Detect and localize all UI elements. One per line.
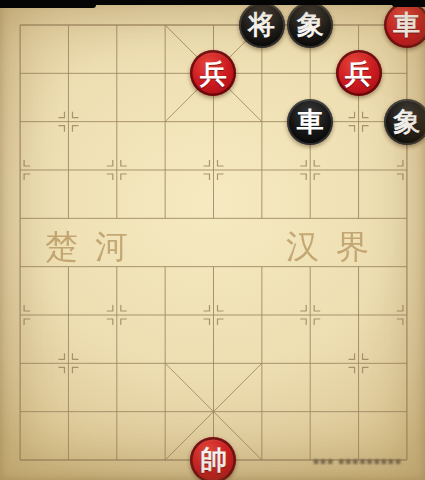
board-point[interactable] (93, 436, 141, 480)
board-point[interactable] (189, 291, 237, 339)
board-point[interactable] (0, 97, 44, 145)
board-point[interactable] (141, 436, 189, 480)
board-point[interactable] (44, 339, 92, 387)
board-point[interactable] (141, 242, 189, 290)
board-point[interactable] (383, 146, 425, 194)
board-point[interactable] (44, 1, 92, 49)
board-point[interactable] (238, 146, 286, 194)
board-point[interactable] (383, 339, 425, 387)
board-point[interactable] (334, 339, 382, 387)
board-point[interactable] (44, 291, 92, 339)
board-point[interactable] (0, 49, 44, 97)
board-point[interactable] (93, 387, 141, 435)
board-point[interactable] (93, 146, 141, 194)
piece-black-elephant-2[interactable]: 象 (384, 99, 425, 145)
board-point[interactable]: 兵 (334, 49, 382, 97)
board-point[interactable] (93, 291, 141, 339)
board-point[interactable] (44, 387, 92, 435)
board-point[interactable]: 兵 (189, 49, 237, 97)
board-point[interactable]: 車 (286, 97, 334, 145)
board-point[interactable] (238, 436, 286, 480)
board-point[interactable] (189, 339, 237, 387)
board-point[interactable] (141, 291, 189, 339)
piece-red-soldier-2[interactable]: 兵 (336, 50, 382, 96)
board-point[interactable] (334, 1, 382, 49)
board-point[interactable] (44, 146, 92, 194)
piece-black-general[interactable]: 将 (239, 2, 285, 48)
board-point[interactable] (189, 146, 237, 194)
board-point[interactable] (189, 97, 237, 145)
board-point[interactable] (383, 291, 425, 339)
board-point[interactable] (0, 146, 44, 194)
board-point[interactable] (334, 146, 382, 194)
board-point[interactable]: 将 (238, 1, 286, 49)
board-point[interactable] (238, 291, 286, 339)
board-point[interactable] (286, 387, 334, 435)
piece-red-chariot[interactable]: 車 (384, 2, 425, 48)
board-point[interactable] (44, 49, 92, 97)
board-point[interactable] (141, 339, 189, 387)
board-point[interactable] (383, 242, 425, 290)
letterbox-top-right (392, 0, 425, 7)
board-point[interactable] (189, 242, 237, 290)
board-point[interactable] (334, 97, 382, 145)
board-point[interactable] (44, 242, 92, 290)
board-point[interactable] (189, 1, 237, 49)
board-point[interactable] (0, 339, 44, 387)
board-point[interactable] (286, 291, 334, 339)
piece-black-elephant-1[interactable]: 象 (287, 2, 333, 48)
board-point[interactable] (286, 339, 334, 387)
board-point[interactable] (44, 436, 92, 480)
board-point[interactable] (383, 194, 425, 242)
board-point[interactable] (141, 49, 189, 97)
board-point[interactable] (286, 146, 334, 194)
board-point[interactable] (93, 49, 141, 97)
board-point[interactable] (0, 242, 44, 290)
piece-black-chariot[interactable]: 車 (287, 99, 333, 145)
board-point[interactable] (44, 194, 92, 242)
board-point[interactable] (286, 194, 334, 242)
board-point[interactable] (238, 97, 286, 145)
board-point[interactable] (0, 387, 44, 435)
board-point[interactable] (238, 194, 286, 242)
board-point[interactable] (238, 49, 286, 97)
board-point[interactable] (238, 387, 286, 435)
board-point[interactable]: 帥 (189, 436, 237, 480)
board-point[interactable]: 象 (286, 1, 334, 49)
board-point[interactable] (334, 194, 382, 242)
board-point[interactable] (0, 1, 44, 49)
piece-red-soldier-1[interactable]: 兵 (190, 50, 236, 96)
board-point[interactable] (44, 97, 92, 145)
board-point[interactable] (93, 194, 141, 242)
board-point[interactable] (383, 387, 425, 435)
board-point[interactable] (238, 242, 286, 290)
xiangqi-board: 将象車兵兵車象帥 (0, 1, 425, 480)
board-point[interactable] (0, 194, 44, 242)
watermark: ▪▪▪ ▪▪▪▪▪▪▪▪▪ (313, 456, 423, 469)
board-point[interactable] (189, 194, 237, 242)
board-point[interactable] (334, 242, 382, 290)
board-point[interactable] (93, 339, 141, 387)
board-point[interactable] (334, 387, 382, 435)
piece-red-general[interactable]: 帥 (190, 437, 236, 480)
board-point[interactable] (93, 97, 141, 145)
board-point[interactable] (93, 242, 141, 290)
board-point[interactable] (141, 97, 189, 145)
board-point[interactable] (0, 291, 44, 339)
board-point[interactable] (141, 146, 189, 194)
board-point[interactable]: 象 (383, 97, 425, 145)
board-point[interactable] (93, 1, 141, 49)
xiangqi-app: 楚河 汉界 将象車兵兵車象帥 ▪▪▪ ▪▪▪▪▪▪▪▪▪ (0, 0, 425, 480)
board-point[interactable] (141, 194, 189, 242)
board-point[interactable] (383, 49, 425, 97)
board-point[interactable]: 車 (383, 1, 425, 49)
board-point[interactable] (286, 49, 334, 97)
board-point[interactable] (334, 291, 382, 339)
letterbox-top-left (0, 0, 96, 8)
board-point[interactable] (238, 339, 286, 387)
board-point[interactable] (189, 387, 237, 435)
board-point[interactable] (141, 387, 189, 435)
board-point[interactable] (141, 1, 189, 49)
board-point[interactable] (0, 436, 44, 480)
board-point[interactable] (286, 242, 334, 290)
